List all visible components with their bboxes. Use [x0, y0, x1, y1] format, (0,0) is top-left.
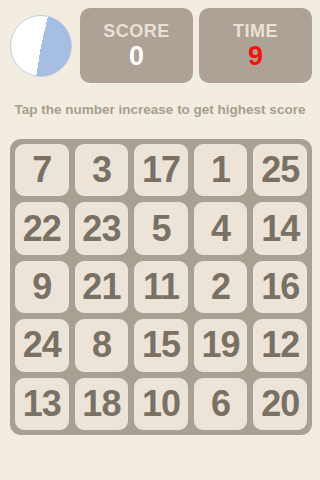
number-tile-r2c0[interactable]: 9 — [15, 261, 69, 313]
number-tile-r1c4[interactable]: 14 — [253, 202, 307, 254]
number-tile-r0c1[interactable]: 3 — [75, 144, 129, 196]
score-label: SCORE — [103, 22, 170, 40]
number-tile-r2c4[interactable]: 16 — [253, 261, 307, 313]
score-box: SCORE 0 — [80, 8, 193, 83]
time-value: 9 — [248, 43, 263, 70]
number-tile-r4c1[interactable]: 18 — [75, 378, 129, 430]
number-tile-r3c4[interactable]: 12 — [253, 319, 307, 371]
number-tile-r0c2[interactable]: 17 — [134, 144, 188, 196]
score-value: 0 — [129, 43, 144, 70]
number-tile-r0c3[interactable]: 1 — [194, 144, 248, 196]
number-tile-r0c4[interactable]: 25 — [253, 144, 307, 196]
number-tile-r1c2[interactable]: 5 — [134, 202, 188, 254]
time-label: TIME — [233, 22, 278, 40]
number-tile-r4c4[interactable]: 20 — [253, 378, 307, 430]
number-board: 7 3 17 1 25 22 23 5 4 14 9 21 11 2 16 24… — [10, 139, 312, 435]
number-tile-r3c0[interactable]: 24 — [15, 319, 69, 371]
number-tile-r3c3[interactable]: 19 — [194, 319, 248, 371]
number-tile-r4c0[interactable]: 13 — [15, 378, 69, 430]
timer-pie-icon — [10, 15, 72, 77]
number-tile-r2c1[interactable]: 21 — [75, 261, 129, 313]
number-tile-r3c2[interactable]: 15 — [134, 319, 188, 371]
number-tile-r1c0[interactable]: 22 — [15, 202, 69, 254]
number-tile-r1c1[interactable]: 23 — [75, 202, 129, 254]
number-tile-r4c2[interactable]: 10 — [134, 378, 188, 430]
number-tile-r2c2[interactable]: 11 — [134, 261, 188, 313]
number-tile-r1c3[interactable]: 4 — [194, 202, 248, 254]
game-screen: SCORE 0 TIME 9 Tap the number increase t… — [0, 0, 320, 480]
number-tile-r3c1[interactable]: 8 — [75, 319, 129, 371]
instruction-text: Tap the number increase to get highest s… — [0, 102, 320, 117]
number-tile-r0c0[interactable]: 7 — [15, 144, 69, 196]
number-tile-r4c3[interactable]: 6 — [194, 378, 248, 430]
time-box: TIME 9 — [199, 8, 312, 83]
number-tile-r2c3[interactable]: 2 — [194, 261, 248, 313]
